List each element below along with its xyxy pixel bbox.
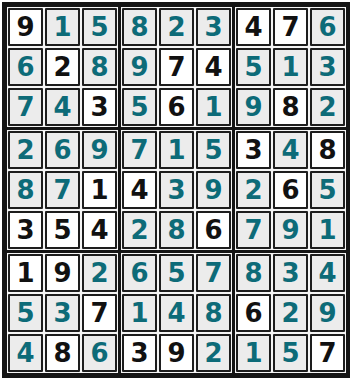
cell-r7c6[interactable]: 7 — [196, 254, 231, 292]
cell-r3c4[interactable]: 5 — [122, 88, 157, 126]
cell-r8c6[interactable]: 8 — [196, 294, 231, 332]
cell-r2c5[interactable]: 7 — [159, 48, 194, 86]
cell-r4c6[interactable]: 5 — [196, 131, 231, 169]
cell-r2c2[interactable]: 2 — [45, 48, 80, 86]
cell-r6c4[interactable]: 2 — [122, 211, 157, 249]
cell-r8c5[interactable]: 4 — [159, 294, 194, 332]
cell-r5c2[interactable]: 7 — [45, 171, 80, 209]
cell-r8c2[interactable]: 3 — [45, 294, 80, 332]
cell-r5c5[interactable]: 3 — [159, 171, 194, 209]
cell-r2c4[interactable]: 9 — [122, 48, 157, 86]
cell-r1c8[interactable]: 7 — [273, 8, 308, 46]
cell-r4c8[interactable]: 4 — [273, 131, 308, 169]
cell-r3c9[interactable]: 2 — [310, 88, 345, 126]
cell-r5c3[interactable]: 1 — [82, 171, 117, 209]
box-1: 915628743 — [7, 7, 118, 127]
cell-r2c9[interactable]: 3 — [310, 48, 345, 86]
cell-r8c8[interactable]: 2 — [273, 294, 308, 332]
cell-r3c6[interactable]: 1 — [196, 88, 231, 126]
box-2: 823974561 — [121, 7, 232, 127]
cell-r5c8[interactable]: 6 — [273, 171, 308, 209]
cell-r3c3[interactable]: 3 — [82, 88, 117, 126]
cell-r2c6[interactable]: 4 — [196, 48, 231, 86]
box-3: 476513982 — [235, 7, 346, 127]
cell-r8c3[interactable]: 7 — [82, 294, 117, 332]
cell-r9c6[interactable]: 2 — [196, 334, 231, 372]
cell-r4c5[interactable]: 1 — [159, 131, 194, 169]
box-9: 834629157 — [235, 253, 346, 373]
cell-r9c1[interactable]: 4 — [8, 334, 43, 372]
sudoku-board: 9156287438239745614765139822698713547154… — [2, 2, 350, 378]
cell-r1c7[interactable]: 4 — [236, 8, 271, 46]
box-8: 657148392 — [121, 253, 232, 373]
cell-r5c4[interactable]: 4 — [122, 171, 157, 209]
cell-r4c3[interactable]: 9 — [82, 131, 117, 169]
cell-r2c7[interactable]: 5 — [236, 48, 271, 86]
cell-r2c1[interactable]: 6 — [8, 48, 43, 86]
cell-r9c2[interactable]: 8 — [45, 334, 80, 372]
box-4: 269871354 — [7, 130, 118, 250]
cell-r9c8[interactable]: 5 — [273, 334, 308, 372]
cell-r8c1[interactable]: 5 — [8, 294, 43, 332]
cell-r2c3[interactable]: 8 — [82, 48, 117, 86]
cell-r7c7[interactable]: 8 — [236, 254, 271, 292]
cell-r7c4[interactable]: 6 — [122, 254, 157, 292]
cell-r6c2[interactable]: 5 — [45, 211, 80, 249]
cell-r9c9[interactable]: 7 — [310, 334, 345, 372]
cell-r4c9[interactable]: 8 — [310, 131, 345, 169]
cell-r5c1[interactable]: 8 — [8, 171, 43, 209]
cell-r7c8[interactable]: 3 — [273, 254, 308, 292]
cell-r4c7[interactable]: 3 — [236, 131, 271, 169]
cell-r2c8[interactable]: 1 — [273, 48, 308, 86]
cell-r7c2[interactable]: 9 — [45, 254, 80, 292]
cell-r8c4[interactable]: 1 — [122, 294, 157, 332]
cell-r3c2[interactable]: 4 — [45, 88, 80, 126]
box-5: 715439286 — [121, 130, 232, 250]
cell-r6c5[interactable]: 8 — [159, 211, 194, 249]
cell-r1c6[interactable]: 3 — [196, 8, 231, 46]
cell-r6c1[interactable]: 3 — [8, 211, 43, 249]
cell-r1c4[interactable]: 8 — [122, 8, 157, 46]
cell-r8c7[interactable]: 6 — [236, 294, 271, 332]
cell-r5c6[interactable]: 9 — [196, 171, 231, 209]
cell-r3c5[interactable]: 6 — [159, 88, 194, 126]
box-6: 348265791 — [235, 130, 346, 250]
cell-r5c9[interactable]: 5 — [310, 171, 345, 209]
cell-r1c5[interactable]: 2 — [159, 8, 194, 46]
box-7: 192537486 — [7, 253, 118, 373]
cell-r9c5[interactable]: 9 — [159, 334, 194, 372]
cell-r3c7[interactable]: 9 — [236, 88, 271, 126]
cell-r9c3[interactable]: 6 — [82, 334, 117, 372]
cell-r6c9[interactable]: 1 — [310, 211, 345, 249]
cell-r7c1[interactable]: 1 — [8, 254, 43, 292]
cell-r6c8[interactable]: 9 — [273, 211, 308, 249]
cell-r6c6[interactable]: 6 — [196, 211, 231, 249]
cell-r4c1[interactable]: 2 — [8, 131, 43, 169]
cell-r7c9[interactable]: 4 — [310, 254, 345, 292]
cell-r1c3[interactable]: 5 — [82, 8, 117, 46]
cell-r4c2[interactable]: 6 — [45, 131, 80, 169]
cell-r9c4[interactable]: 3 — [122, 334, 157, 372]
cell-r8c9[interactable]: 9 — [310, 294, 345, 332]
cell-r9c7[interactable]: 1 — [236, 334, 271, 372]
cell-r5c7[interactable]: 2 — [236, 171, 271, 209]
cell-r3c1[interactable]: 7 — [8, 88, 43, 126]
cell-r1c2[interactable]: 1 — [45, 8, 80, 46]
cell-r6c3[interactable]: 4 — [82, 211, 117, 249]
cell-r7c5[interactable]: 5 — [159, 254, 194, 292]
cell-r6c7[interactable]: 7 — [236, 211, 271, 249]
cell-r1c1[interactable]: 9 — [8, 8, 43, 46]
cell-r7c3[interactable]: 2 — [82, 254, 117, 292]
cell-r1c9[interactable]: 6 — [310, 8, 345, 46]
cell-r3c8[interactable]: 8 — [273, 88, 308, 126]
cell-r4c4[interactable]: 7 — [122, 131, 157, 169]
